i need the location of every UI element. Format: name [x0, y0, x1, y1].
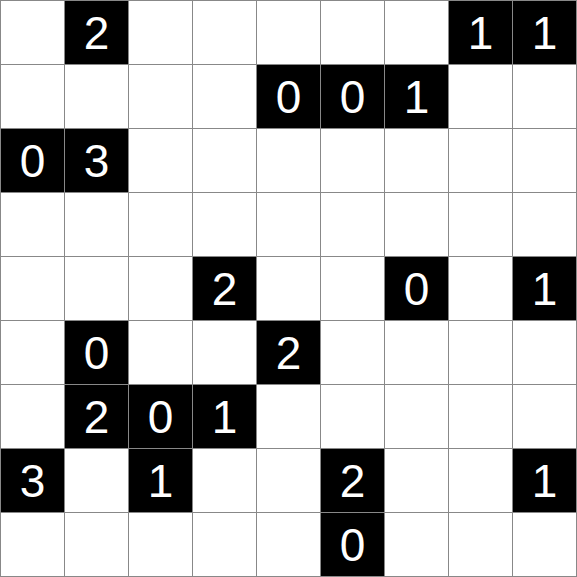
- cell-r2c2[interactable]: [65, 65, 128, 128]
- cell-r1c6[interactable]: [321, 1, 384, 64]
- akari-board: 211001032010220131210: [0, 0, 577, 577]
- cell-r9c2[interactable]: [65, 513, 128, 576]
- cell-r9c7[interactable]: [385, 513, 448, 576]
- cell-r8c4[interactable]: [193, 449, 256, 512]
- cell-r8c2[interactable]: [65, 449, 128, 512]
- clue-cell-r7c2: 2: [65, 385, 128, 448]
- cell-r8c5[interactable]: [257, 449, 320, 512]
- clue-cell-r3c2: 3: [65, 129, 128, 192]
- cell-r2c3[interactable]: [129, 65, 192, 128]
- cell-r1c4[interactable]: [193, 1, 256, 64]
- cell-r7c5[interactable]: [257, 385, 320, 448]
- clue-cell-r5c9: 1: [513, 257, 576, 320]
- cell-r5c5[interactable]: [257, 257, 320, 320]
- clue-cell-r1c9: 1: [513, 1, 576, 64]
- cell-r9c1[interactable]: [1, 513, 64, 576]
- cell-r9c5[interactable]: [257, 513, 320, 576]
- clue-cell-r6c5: 2: [257, 321, 320, 384]
- cell-r9c3[interactable]: [129, 513, 192, 576]
- cell-r5c1[interactable]: [1, 257, 64, 320]
- cell-r7c9[interactable]: [513, 385, 576, 448]
- cell-r7c1[interactable]: [1, 385, 64, 448]
- cell-r6c8[interactable]: [449, 321, 512, 384]
- cell-r7c8[interactable]: [449, 385, 512, 448]
- cell-r4c8[interactable]: [449, 193, 512, 256]
- clue-cell-r2c7: 1: [385, 65, 448, 128]
- cell-r8c7[interactable]: [385, 449, 448, 512]
- cell-r3c9[interactable]: [513, 129, 576, 192]
- cell-r9c9[interactable]: [513, 513, 576, 576]
- cell-r2c8[interactable]: [449, 65, 512, 128]
- clue-cell-r7c3: 0: [129, 385, 192, 448]
- clue-cell-r9c6: 0: [321, 513, 384, 576]
- cell-r3c7[interactable]: [385, 129, 448, 192]
- cell-r5c6[interactable]: [321, 257, 384, 320]
- cell-r1c1[interactable]: [1, 1, 64, 64]
- cell-r4c4[interactable]: [193, 193, 256, 256]
- cell-r3c5[interactable]: [257, 129, 320, 192]
- cell-r6c6[interactable]: [321, 321, 384, 384]
- cell-r9c8[interactable]: [449, 513, 512, 576]
- cell-r4c7[interactable]: [385, 193, 448, 256]
- cell-r8c8[interactable]: [449, 449, 512, 512]
- cell-r7c7[interactable]: [385, 385, 448, 448]
- cell-r4c1[interactable]: [1, 193, 64, 256]
- cell-r3c6[interactable]: [321, 129, 384, 192]
- cell-r4c6[interactable]: [321, 193, 384, 256]
- clue-cell-r7c4: 1: [193, 385, 256, 448]
- clue-cell-r3c1: 0: [1, 129, 64, 192]
- clue-cell-r5c4: 2: [193, 257, 256, 320]
- cell-r7c6[interactable]: [321, 385, 384, 448]
- clue-cell-r2c5: 0: [257, 65, 320, 128]
- cell-r5c8[interactable]: [449, 257, 512, 320]
- cell-r3c4[interactable]: [193, 129, 256, 192]
- clue-cell-r6c2: 0: [65, 321, 128, 384]
- cell-r2c4[interactable]: [193, 65, 256, 128]
- clue-cell-r5c7: 0: [385, 257, 448, 320]
- cell-r5c3[interactable]: [129, 257, 192, 320]
- clue-cell-r2c6: 0: [321, 65, 384, 128]
- cell-r6c1[interactable]: [1, 321, 64, 384]
- cell-r2c9[interactable]: [513, 65, 576, 128]
- cell-r1c7[interactable]: [385, 1, 448, 64]
- clue-cell-r1c8: 1: [449, 1, 512, 64]
- clue-cell-r8c1: 3: [1, 449, 64, 512]
- cell-r6c3[interactable]: [129, 321, 192, 384]
- cell-r6c4[interactable]: [193, 321, 256, 384]
- cell-r4c3[interactable]: [129, 193, 192, 256]
- cell-r3c3[interactable]: [129, 129, 192, 192]
- cell-r4c2[interactable]: [65, 193, 128, 256]
- cell-r4c9[interactable]: [513, 193, 576, 256]
- cell-r2c1[interactable]: [1, 65, 64, 128]
- cell-r1c3[interactable]: [129, 1, 192, 64]
- clue-cell-r1c2: 2: [65, 1, 128, 64]
- cell-r9c4[interactable]: [193, 513, 256, 576]
- cell-r1c5[interactable]: [257, 1, 320, 64]
- cell-r3c8[interactable]: [449, 129, 512, 192]
- cell-r5c2[interactable]: [65, 257, 128, 320]
- clue-cell-r8c9: 1: [513, 449, 576, 512]
- clue-cell-r8c3: 1: [129, 449, 192, 512]
- cell-r4c5[interactable]: [257, 193, 320, 256]
- clue-cell-r8c6: 2: [321, 449, 384, 512]
- cell-r6c7[interactable]: [385, 321, 448, 384]
- cell-r6c9[interactable]: [513, 321, 576, 384]
